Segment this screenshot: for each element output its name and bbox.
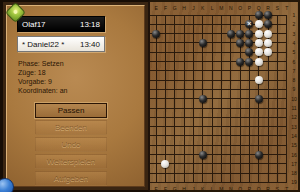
- coord-letter-top: G: [173, 5, 177, 11]
- black-stone-R1: [264, 11, 272, 19]
- black-stone-P6: [245, 58, 253, 66]
- white-stone-R3: [264, 30, 272, 38]
- coord-number-right: 18: [291, 170, 297, 176]
- coord-letter-top: N: [229, 5, 233, 11]
- grid-line-vertical: [230, 15, 231, 183]
- coord-letter-bottom: S: [276, 186, 279, 192]
- white-stone-R4: [264, 39, 272, 47]
- player-white-clock: 13:40: [80, 40, 100, 49]
- coord-number-right: 10: [291, 96, 297, 102]
- coord-number-right: 17: [291, 161, 297, 167]
- coord-letter-bottom: M: [219, 186, 223, 192]
- black-stone-P5: [245, 48, 253, 56]
- icon-highlight: [13, 9, 19, 15]
- player-black-bar: Olaf17 13:18: [17, 16, 105, 32]
- coord-letter-bottom: E: [154, 186, 157, 192]
- white-stone-Q5: [255, 48, 263, 56]
- coord-number-right: 11: [291, 105, 296, 111]
- coord-letter-bottom: G: [173, 186, 177, 192]
- coord-letter-bottom: T: [285, 186, 288, 192]
- black-stone-P2: ×: [245, 20, 253, 28]
- pass-button[interactable]: Passen: [35, 103, 107, 118]
- info-coordinates: Koordinaten: an: [18, 86, 67, 95]
- coord-number-right: 19: [291, 179, 297, 185]
- white-stone-Q2: [255, 20, 263, 28]
- coord-letter-bottom: N: [229, 186, 233, 192]
- coord-letter-top: L: [211, 5, 214, 11]
- coord-letter-top: F: [164, 5, 167, 11]
- coord-letter-bottom: Q: [257, 186, 261, 192]
- coord-letter-top: T: [285, 5, 288, 11]
- black-stone-K4: [199, 39, 207, 47]
- black-stone-O6: [236, 58, 244, 66]
- coord-number-right: 1: [293, 12, 296, 18]
- player-black-clock: 13:18: [80, 20, 100, 29]
- undo-button: Undo: [35, 137, 107, 152]
- coord-letter-top: H: [182, 5, 186, 11]
- game-info: Phase: Setzen Züge: 18 Vorgabe: 9 Koordi…: [18, 59, 67, 95]
- info-moves: Züge: 18: [18, 68, 67, 77]
- coord-number-right: 8: [293, 77, 296, 83]
- coord-number-right: 16: [291, 152, 297, 158]
- coord-number-right: 3: [293, 31, 296, 37]
- coord-letter-top: J: [192, 5, 195, 11]
- end-game-button: Beenden: [35, 120, 107, 135]
- grid-line-vertical: [221, 15, 222, 183]
- grid-line-vertical: [212, 15, 213, 183]
- black-stone-N3: [227, 30, 235, 38]
- resign-button: Aufgeben: [35, 171, 107, 186]
- control-panel-surface: Olaf17 13:18 * Daniel22 * 13:40 Phase: S…: [6, 5, 145, 187]
- black-stone-K10: [199, 95, 207, 103]
- white-stone-R5: [264, 48, 272, 56]
- black-stone-K16: [199, 151, 207, 159]
- coord-number-right: 9: [293, 86, 296, 92]
- coord-letter-top: K: [201, 5, 204, 11]
- black-stone-R2: [264, 20, 272, 28]
- continue-button: Weiterspielen: [35, 154, 107, 169]
- grid-line-vertical: [277, 15, 278, 183]
- coord-letter-bottom: R: [266, 186, 270, 192]
- coord-letter-top: M: [219, 5, 223, 11]
- coord-number-right: 7: [293, 68, 296, 74]
- black-stone-Q1: [255, 11, 263, 19]
- coord-number-right: 2: [293, 21, 296, 27]
- coord-number-right: 13: [291, 124, 297, 130]
- control-panel: Olaf17 13:18 * Daniel22 * 13:40 Phase: S…: [0, 0, 150, 192]
- player-white-name: * Daniel22 *: [22, 40, 64, 49]
- info-phase: Phase: Setzen: [18, 59, 67, 68]
- coord-letter-bottom: P: [248, 186, 251, 192]
- white-stone-Q4: [255, 39, 263, 47]
- coord-number-right: 4: [293, 40, 296, 46]
- coord-number-right: 15: [291, 142, 297, 148]
- white-stone-F17: [161, 160, 169, 168]
- coord-number-right: 14: [291, 133, 297, 139]
- black-stone-Q16: [255, 151, 263, 159]
- coord-letter-bottom: F: [164, 186, 167, 192]
- player-black-name: Olaf17: [22, 20, 46, 29]
- coord-number-right: 5: [293, 49, 296, 55]
- black-stone-O4: [236, 39, 244, 47]
- coord-number-right: 12: [291, 114, 297, 120]
- black-stone-P3: [245, 30, 253, 38]
- coord-letter-bottom: H: [182, 186, 186, 192]
- white-stone-Q6: [255, 58, 263, 66]
- coord-letter-top: O: [238, 5, 242, 11]
- player-white-bar: * Daniel22 * 13:40: [17, 36, 105, 52]
- coord-letter-bottom: J: [192, 186, 195, 192]
- black-stone-P4: [245, 39, 253, 47]
- go-game-window: AA1BB2CC3DD4EE5FF6GG7HH8JJ9KK10LL11MM12N…: [0, 0, 300, 192]
- grid-line-vertical: [286, 15, 287, 183]
- coord-letter-bottom: K: [201, 186, 204, 192]
- coord-letter-top: E: [154, 5, 157, 11]
- white-stone-Q3: [255, 30, 263, 38]
- coord-letter-top: S: [276, 5, 279, 11]
- coord-letter-bottom: L: [211, 186, 214, 192]
- coord-number-right: 6: [293, 59, 296, 65]
- coord-letter-top: P: [248, 5, 251, 11]
- coord-letter-bottom: O: [238, 186, 242, 192]
- black-stone-E3: [152, 30, 160, 38]
- white-stone-Q8: [255, 76, 263, 84]
- black-stone-Q10: [255, 95, 263, 103]
- info-handicap: Vorgabe: 9: [18, 77, 67, 86]
- black-stone-O3: [236, 30, 244, 38]
- last-move-marker: ×: [247, 21, 251, 28]
